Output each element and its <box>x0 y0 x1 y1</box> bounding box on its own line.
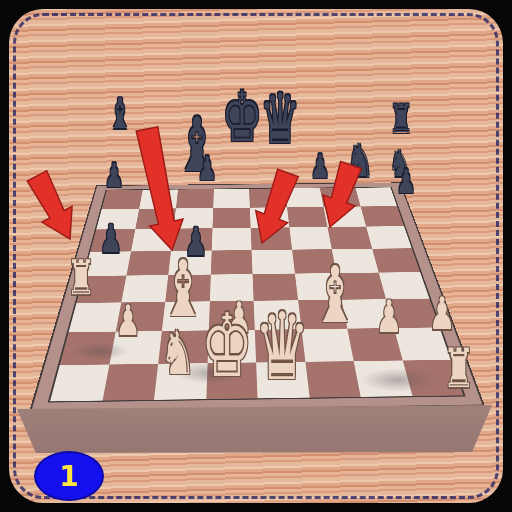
black-bishop-a8[interactable]: ♝ <box>107 94 132 136</box>
step-number-badge: 1 <box>34 451 104 501</box>
black-pawn-f7[interactable]: ♟ <box>310 151 330 184</box>
white-bishop-f3[interactable]: ♝ <box>312 256 359 334</box>
white-queen-e1[interactable]: ♛ <box>254 301 310 394</box>
white-pawn-g2[interactable]: ♟ <box>376 295 403 340</box>
pieces-layer: ♝♟♟♝♟♚♛♟♞♞♜♟♟♟♜♟♝♞♟♚♛♝♟♟♜ <box>0 0 512 512</box>
black-pawn-b7[interactable]: ♟ <box>144 126 162 156</box>
white-pawn-b2[interactable]: ♟ <box>115 301 140 343</box>
white-rook-a3[interactable]: ♜ <box>67 254 96 302</box>
step-number: 1 <box>59 460 78 493</box>
black-pawn-d7[interactable]: ♟ <box>197 153 217 186</box>
black-pawn-h6[interactable]: ♟ <box>396 166 416 199</box>
black-rook-h8[interactable]: ♜ <box>389 99 412 138</box>
white-king-d1[interactable]: ♚ <box>201 302 253 389</box>
black-king-d8[interactable]: ♚ <box>221 82 262 151</box>
black-pawn-a7[interactable]: ♟ <box>104 160 124 193</box>
white-pawn-h2[interactable]: ♟ <box>429 292 456 337</box>
screenshot-stage: ♝♟♟♝♟♚♛♟♞♞♜♟♟♟♜♟♝♞♟♚♛♝♟♟♜ 1 <box>0 0 512 512</box>
white-rook-h1[interactable]: ♜ <box>443 342 475 396</box>
black-knight-g6[interactable]: ♞ <box>347 139 374 184</box>
black-pawn-b5[interactable]: ♟ <box>99 219 122 258</box>
white-bishop-c3[interactable]: ♝ <box>160 250 207 328</box>
white-knight-c1[interactable]: ♞ <box>160 323 196 383</box>
black-queen-e8[interactable]: ♛ <box>259 84 300 153</box>
